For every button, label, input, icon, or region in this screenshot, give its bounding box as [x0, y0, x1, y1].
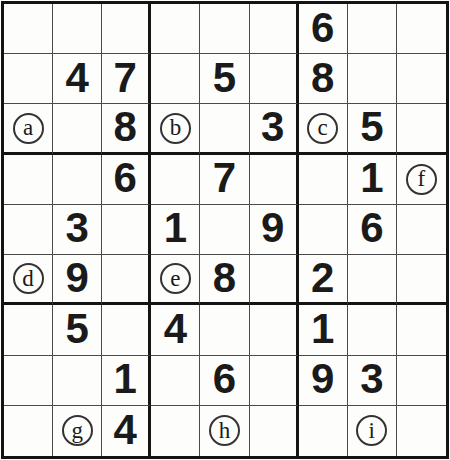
cell-r4c1[interactable] [4, 155, 53, 205]
cell-r4c7[interactable] [299, 155, 348, 205]
circled-letter-d: d [13, 263, 44, 294]
cell-r6c7[interactable]: 2 [299, 255, 348, 305]
cell-r4c5[interactable]: 7 [200, 155, 249, 205]
cell-r5c5[interactable] [200, 205, 249, 255]
cell-r3c7[interactable]: c [299, 104, 348, 154]
cell-r6c6[interactable] [250, 255, 299, 305]
given-digit: 3 [65, 207, 88, 249]
given-digit: 6 [360, 207, 383, 249]
cell-r1c8[interactable] [348, 4, 397, 54]
given-digit: 5 [360, 106, 383, 148]
cell-r8c8[interactable]: 3 [348, 356, 397, 406]
cell-r8c2[interactable] [53, 356, 102, 406]
cell-r7c5[interactable] [200, 305, 249, 355]
cell-r9c4[interactable] [151, 406, 200, 456]
cell-r1c2[interactable] [53, 4, 102, 54]
given-digit: 6 [213, 358, 236, 400]
circled-letter-h: h [209, 415, 240, 446]
cell-r9c1[interactable] [4, 406, 53, 456]
cell-r1c4[interactable] [151, 4, 200, 54]
cell-r3c4[interactable]: b [151, 104, 200, 154]
cell-r9c9[interactable] [397, 406, 446, 456]
cell-r8c4[interactable] [151, 356, 200, 406]
given-digit: 8 [311, 57, 334, 99]
cell-r7c7[interactable]: 1 [299, 305, 348, 355]
cell-r4c8[interactable]: 1 [348, 155, 397, 205]
given-digit: 1 [114, 358, 137, 400]
cell-r2c3[interactable]: 7 [102, 54, 151, 104]
cell-r9c5[interactable]: h [200, 406, 249, 456]
cell-r9c6[interactable] [250, 406, 299, 456]
cell-r2c6[interactable] [250, 54, 299, 104]
cell-r5c1[interactable] [4, 205, 53, 255]
cell-r5c6[interactable]: 9 [250, 205, 299, 255]
cell-r5c2[interactable]: 3 [53, 205, 102, 255]
circled-letter-g: g [62, 415, 93, 446]
cell-r7c6[interactable] [250, 305, 299, 355]
cell-r3c8[interactable]: 5 [348, 104, 397, 154]
cell-r8c5[interactable]: 6 [200, 356, 249, 406]
given-digit: 5 [65, 308, 88, 350]
given-digit: 1 [164, 207, 187, 249]
cell-r7c2[interactable]: 5 [53, 305, 102, 355]
given-digit: 5 [213, 57, 236, 99]
given-digit: 1 [360, 157, 383, 199]
given-digit: 9 [311, 358, 334, 400]
cell-r4c3[interactable]: 6 [102, 155, 151, 205]
cell-r5c9[interactable] [397, 205, 446, 255]
given-digit: 3 [360, 358, 383, 400]
cell-r2c7[interactable]: 8 [299, 54, 348, 104]
cell-r1c1[interactable] [4, 4, 53, 54]
cell-r4c6[interactable] [250, 155, 299, 205]
cell-r2c9[interactable] [397, 54, 446, 104]
cell-r3c6[interactable]: 3 [250, 104, 299, 154]
given-digit: 8 [213, 257, 236, 299]
cell-r5c3[interactable] [102, 205, 151, 255]
cell-r8c7[interactable]: 9 [299, 356, 348, 406]
given-digit: 6 [311, 7, 334, 49]
cell-r8c6[interactable] [250, 356, 299, 406]
circled-letter-i: i [356, 415, 387, 446]
given-digit: 7 [114, 57, 137, 99]
cell-r1c6[interactable] [250, 4, 299, 54]
cell-r2c4[interactable] [151, 54, 200, 104]
cell-r7c1[interactable] [4, 305, 53, 355]
circled-letter-c: c [307, 113, 338, 144]
cell-r1c5[interactable] [200, 4, 249, 54]
cell-r9c8[interactable]: i [348, 406, 397, 456]
cell-r1c7[interactable]: 6 [299, 4, 348, 54]
cell-r2c8[interactable] [348, 54, 397, 104]
given-digit: 9 [65, 257, 88, 299]
cell-r7c4[interactable]: 4 [151, 305, 200, 355]
given-digit: 4 [65, 57, 88, 99]
circled-letter-a: a [13, 113, 44, 144]
cell-r2c5[interactable]: 5 [200, 54, 249, 104]
cell-r3c3[interactable]: 8 [102, 104, 151, 154]
circled-letter-f: f [406, 164, 437, 195]
given-digit: 8 [114, 106, 137, 148]
cell-r6c4[interactable]: e [151, 255, 200, 305]
cell-r5c7[interactable] [299, 205, 348, 255]
cell-r8c9[interactable] [397, 356, 446, 406]
given-digit: 2 [311, 257, 334, 299]
cell-r9c2[interactable]: g [53, 406, 102, 456]
cell-r5c4[interactable]: 1 [151, 205, 200, 255]
cell-r6c2[interactable]: 9 [53, 255, 102, 305]
cell-r9c3[interactable]: 4 [102, 406, 151, 456]
cell-r1c3[interactable] [102, 4, 151, 54]
cell-r7c8[interactable] [348, 305, 397, 355]
circled-letter-e: e [160, 263, 191, 294]
cell-r8c3[interactable]: 1 [102, 356, 151, 406]
cell-r6c1[interactable]: d [4, 255, 53, 305]
given-digit: 4 [164, 308, 187, 350]
given-digit: 1 [311, 308, 334, 350]
cell-r7c9[interactable] [397, 305, 446, 355]
cell-r5c8[interactable]: 6 [348, 205, 397, 255]
cell-r6c3[interactable] [102, 255, 151, 305]
cell-r9c7[interactable] [299, 406, 348, 456]
cell-r3c1[interactable]: a [4, 104, 53, 154]
cell-r6c5[interactable]: 8 [200, 255, 249, 305]
sudoku-board: 64758a8b3c5671f3196d9e825411693g4hi [1, 1, 449, 459]
cell-r2c1[interactable] [4, 54, 53, 104]
cell-r6c8[interactable] [348, 255, 397, 305]
cell-r6c9[interactable] [397, 255, 446, 305]
cell-r3c5[interactable] [200, 104, 249, 154]
given-digit: 6 [114, 157, 137, 199]
cell-r4c4[interactable] [151, 155, 200, 205]
cell-r3c2[interactable] [53, 104, 102, 154]
given-digit: 4 [114, 409, 137, 451]
cell-r8c1[interactable] [4, 356, 53, 406]
cell-r4c2[interactable] [53, 155, 102, 205]
given-digit: 3 [261, 106, 284, 148]
given-digit: 9 [261, 207, 284, 249]
cell-r7c3[interactable] [102, 305, 151, 355]
cell-r3c9[interactable] [397, 104, 446, 154]
circled-letter-b: b [160, 113, 191, 144]
given-digit: 7 [213, 157, 236, 199]
sudoku-page: 64758a8b3c5671f3196d9e825411693g4hi [0, 0, 450, 460]
cell-r4c9[interactable]: f [397, 155, 446, 205]
cell-r2c2[interactable]: 4 [53, 54, 102, 104]
cell-r1c9[interactable] [397, 4, 446, 54]
